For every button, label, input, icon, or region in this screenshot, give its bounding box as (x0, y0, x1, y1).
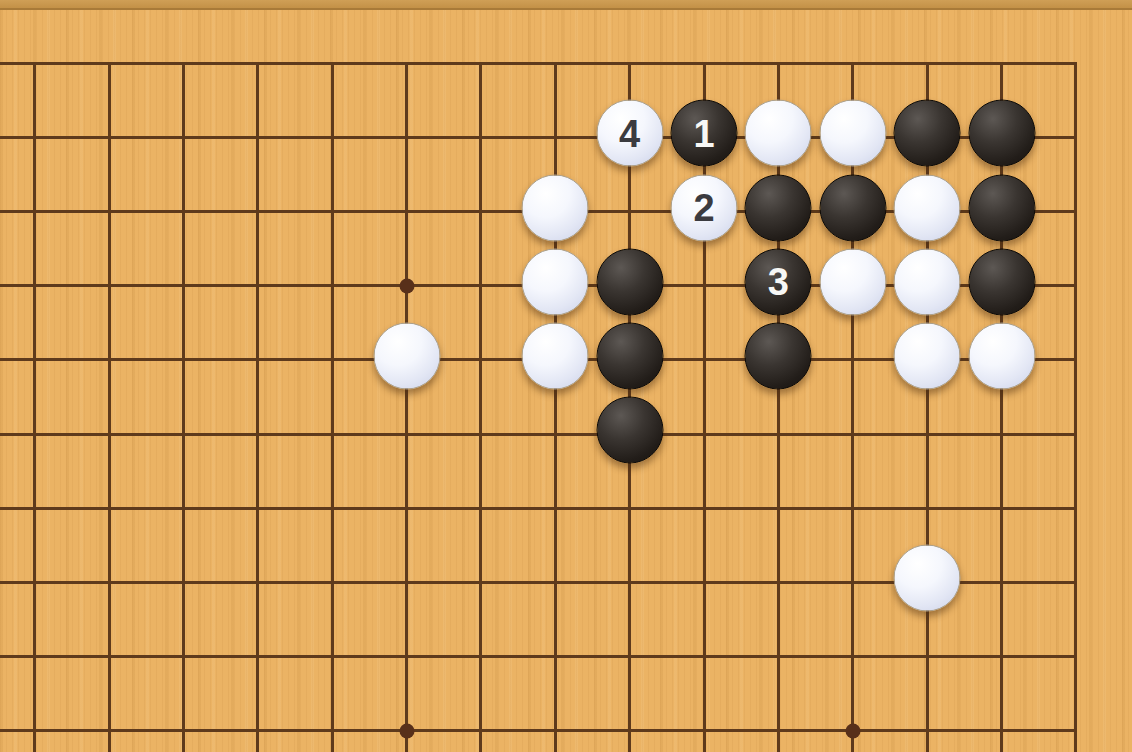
move-number: 4 (619, 114, 640, 152)
stone-black[interactable] (596, 397, 663, 464)
stone-black[interactable] (894, 100, 961, 167)
stone-white[interactable]: 4 (596, 100, 663, 167)
stone-white[interactable] (894, 248, 961, 315)
grid-line-horizontal (0, 62, 1077, 65)
grid-line-horizontal (0, 507, 1077, 510)
go-app-screen: 1342 (0, 0, 1132, 752)
stone-black[interactable]: 1 (671, 100, 738, 167)
stone-white[interactable] (894, 322, 961, 389)
grid-line-vertical (1074, 62, 1077, 752)
stone-black[interactable] (968, 248, 1035, 315)
stone-black[interactable] (745, 174, 812, 241)
stone-black[interactable] (968, 100, 1035, 167)
stone-black[interactable] (819, 174, 886, 241)
stone-white[interactable] (968, 322, 1035, 389)
grid-line-vertical (479, 62, 482, 752)
stone-white[interactable] (522, 322, 589, 389)
stone-white[interactable]: 2 (671, 174, 738, 241)
stone-black[interactable] (596, 248, 663, 315)
stone-white[interactable] (373, 322, 440, 389)
stone-white[interactable] (894, 174, 961, 241)
move-number: 1 (693, 114, 714, 152)
star-point (399, 723, 414, 738)
stone-white[interactable] (894, 545, 961, 612)
grid-line-vertical (405, 62, 408, 752)
stone-black[interactable]: 3 (745, 248, 812, 315)
board-top-edge (0, 0, 1132, 10)
move-number: 2 (693, 189, 714, 227)
stone-black[interactable] (745, 322, 812, 389)
star-point (845, 723, 860, 738)
stone-white[interactable] (819, 248, 886, 315)
stone-white[interactable] (745, 100, 812, 167)
stone-white[interactable] (522, 248, 589, 315)
stone-white[interactable] (819, 100, 886, 167)
stone-white[interactable] (522, 174, 589, 241)
grid-line-vertical (554, 62, 557, 752)
move-number: 3 (768, 263, 789, 301)
grid-line-horizontal (0, 655, 1077, 658)
stone-black[interactable] (596, 322, 663, 389)
grid-line-vertical (256, 62, 259, 752)
grid-line-vertical (33, 62, 36, 752)
grid-line-vertical (108, 62, 111, 752)
star-point (399, 278, 414, 293)
grid-line-vertical (331, 62, 334, 752)
stone-black[interactable] (968, 174, 1035, 241)
grid-line-horizontal (0, 433, 1077, 436)
grid-line-vertical (182, 62, 185, 752)
grid-line-horizontal (0, 729, 1077, 732)
